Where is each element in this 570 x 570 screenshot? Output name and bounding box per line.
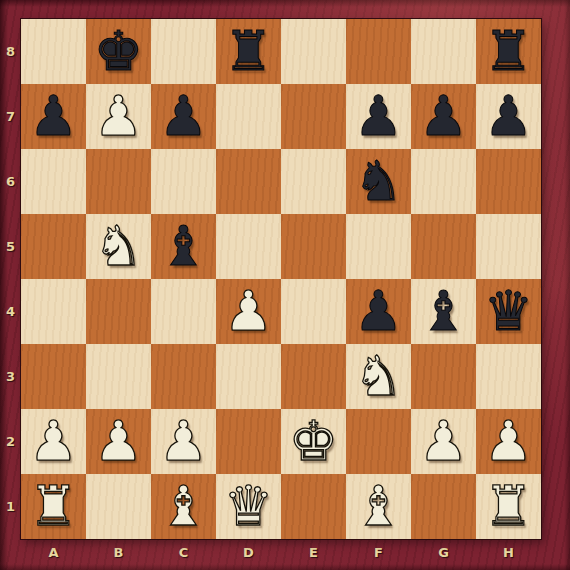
piece-white-knight[interactable]: ♞ — [354, 344, 403, 409]
square-d8[interactable]: ♜ — [216, 19, 281, 84]
square-e8[interactable] — [281, 19, 346, 84]
piece-black-knight[interactable]: ♞ — [354, 149, 403, 214]
square-c8[interactable] — [151, 19, 216, 84]
square-e2[interactable]: ♚ — [281, 409, 346, 474]
square-b5[interactable]: ♞ — [86, 214, 151, 279]
piece-white-king[interactable]: ♚ — [289, 409, 338, 474]
square-g3[interactable] — [411, 344, 476, 409]
square-a2[interactable]: ♟ — [21, 409, 86, 474]
square-g4[interactable]: ♝ — [411, 279, 476, 344]
piece-white-knight[interactable]: ♞ — [94, 214, 143, 279]
square-e3[interactable] — [281, 344, 346, 409]
piece-black-pawn[interactable]: ♟ — [484, 84, 533, 149]
rank-label-1: 1 — [0, 474, 21, 539]
file-labels: ABCDEFGH — [21, 541, 541, 564]
square-c1[interactable]: ♝ — [151, 474, 216, 539]
piece-black-queen[interactable]: ♛ — [484, 279, 533, 344]
square-f4[interactable]: ♟ — [346, 279, 411, 344]
piece-black-pawn[interactable]: ♟ — [354, 279, 403, 344]
square-c5[interactable]: ♝ — [151, 214, 216, 279]
file-label-c: C — [151, 541, 216, 564]
square-h3[interactable] — [476, 344, 541, 409]
piece-black-rook[interactable]: ♜ — [224, 19, 273, 84]
square-d5[interactable] — [216, 214, 281, 279]
square-h1[interactable]: ♜ — [476, 474, 541, 539]
file-label-a: A — [21, 541, 86, 564]
piece-black-pawn[interactable]: ♟ — [159, 84, 208, 149]
square-g1[interactable] — [411, 474, 476, 539]
piece-black-king[interactable]: ♚ — [94, 19, 143, 84]
piece-black-bishop[interactable]: ♝ — [159, 214, 208, 279]
square-f2[interactable] — [346, 409, 411, 474]
square-d1[interactable]: ♛ — [216, 474, 281, 539]
square-d3[interactable] — [216, 344, 281, 409]
square-f8[interactable] — [346, 19, 411, 84]
square-a1[interactable]: ♜ — [21, 474, 86, 539]
square-c2[interactable]: ♟ — [151, 409, 216, 474]
chess-board: ♚♜♜♟♟♟♟♟♟♞♞♝♟♟♝♛♞♟♟♟♚♟♟♜♝♛♝♜ — [21, 19, 541, 539]
square-d4[interactable]: ♟ — [216, 279, 281, 344]
square-c6[interactable] — [151, 149, 216, 214]
piece-white-pawn[interactable]: ♟ — [94, 84, 143, 149]
square-e5[interactable] — [281, 214, 346, 279]
piece-white-pawn[interactable]: ♟ — [94, 409, 143, 474]
square-f3[interactable]: ♞ — [346, 344, 411, 409]
square-e1[interactable] — [281, 474, 346, 539]
square-b1[interactable] — [86, 474, 151, 539]
piece-black-pawn[interactable]: ♟ — [419, 84, 468, 149]
rank-label-7: 7 — [0, 84, 21, 149]
square-h2[interactable]: ♟ — [476, 409, 541, 474]
square-g5[interactable] — [411, 214, 476, 279]
square-d7[interactable] — [216, 84, 281, 149]
square-f6[interactable]: ♞ — [346, 149, 411, 214]
piece-white-bishop[interactable]: ♝ — [354, 474, 403, 539]
file-label-g: G — [411, 541, 476, 564]
square-e7[interactable] — [281, 84, 346, 149]
rank-label-6: 6 — [0, 149, 21, 214]
square-h7[interactable]: ♟ — [476, 84, 541, 149]
square-c4[interactable] — [151, 279, 216, 344]
piece-black-pawn[interactable]: ♟ — [29, 84, 78, 149]
rank-label-3: 3 — [0, 344, 21, 409]
piece-white-queen[interactable]: ♛ — [224, 474, 273, 539]
rank-label-5: 5 — [0, 214, 21, 279]
rank-label-4: 4 — [0, 279, 21, 344]
piece-white-rook[interactable]: ♜ — [29, 474, 78, 539]
piece-black-bishop[interactable]: ♝ — [419, 279, 468, 344]
square-f1[interactable]: ♝ — [346, 474, 411, 539]
square-a6[interactable] — [21, 149, 86, 214]
square-d2[interactable] — [216, 409, 281, 474]
piece-black-rook[interactable]: ♜ — [484, 19, 533, 84]
square-e4[interactable] — [281, 279, 346, 344]
piece-white-pawn[interactable]: ♟ — [29, 409, 78, 474]
square-g8[interactable] — [411, 19, 476, 84]
square-c7[interactable]: ♟ — [151, 84, 216, 149]
square-h4[interactable]: ♛ — [476, 279, 541, 344]
rank-label-2: 2 — [0, 409, 21, 474]
rank-labels: 87654321 — [0, 19, 21, 539]
square-a3[interactable] — [21, 344, 86, 409]
piece-white-rook[interactable]: ♜ — [484, 474, 533, 539]
board-frame: 87654321 ABCDEFGH ♚♜♜♟♟♟♟♟♟♞♞♝♟♟♝♛♞♟♟♟♚♟… — [0, 0, 570, 570]
square-d6[interactable] — [216, 149, 281, 214]
square-h6[interactable] — [476, 149, 541, 214]
file-label-d: D — [216, 541, 281, 564]
square-g6[interactable] — [411, 149, 476, 214]
square-a7[interactable]: ♟ — [21, 84, 86, 149]
square-h8[interactable]: ♜ — [476, 19, 541, 84]
piece-white-pawn[interactable]: ♟ — [484, 409, 533, 474]
square-b7[interactable]: ♟ — [86, 84, 151, 149]
square-b4[interactable] — [86, 279, 151, 344]
square-b2[interactable]: ♟ — [86, 409, 151, 474]
square-b8[interactable]: ♚ — [86, 19, 151, 84]
piece-black-pawn[interactable]: ♟ — [354, 84, 403, 149]
square-f5[interactable] — [346, 214, 411, 279]
square-g7[interactable]: ♟ — [411, 84, 476, 149]
piece-white-pawn[interactable]: ♟ — [224, 279, 273, 344]
square-f7[interactable]: ♟ — [346, 84, 411, 149]
square-e6[interactable] — [281, 149, 346, 214]
file-label-b: B — [86, 541, 151, 564]
piece-white-pawn[interactable]: ♟ — [159, 409, 208, 474]
square-c3[interactable] — [151, 344, 216, 409]
square-b3[interactable] — [86, 344, 151, 409]
square-g2[interactable]: ♟ — [411, 409, 476, 474]
square-b6[interactable] — [86, 149, 151, 214]
file-label-e: E — [281, 541, 346, 564]
file-label-f: F — [346, 541, 411, 564]
square-a4[interactable] — [21, 279, 86, 344]
file-label-h: H — [476, 541, 541, 564]
piece-white-bishop[interactable]: ♝ — [159, 474, 208, 539]
rank-label-8: 8 — [0, 19, 21, 84]
square-a8[interactable] — [21, 19, 86, 84]
square-a5[interactable] — [21, 214, 86, 279]
square-h5[interactable] — [476, 214, 541, 279]
piece-white-pawn[interactable]: ♟ — [419, 409, 468, 474]
